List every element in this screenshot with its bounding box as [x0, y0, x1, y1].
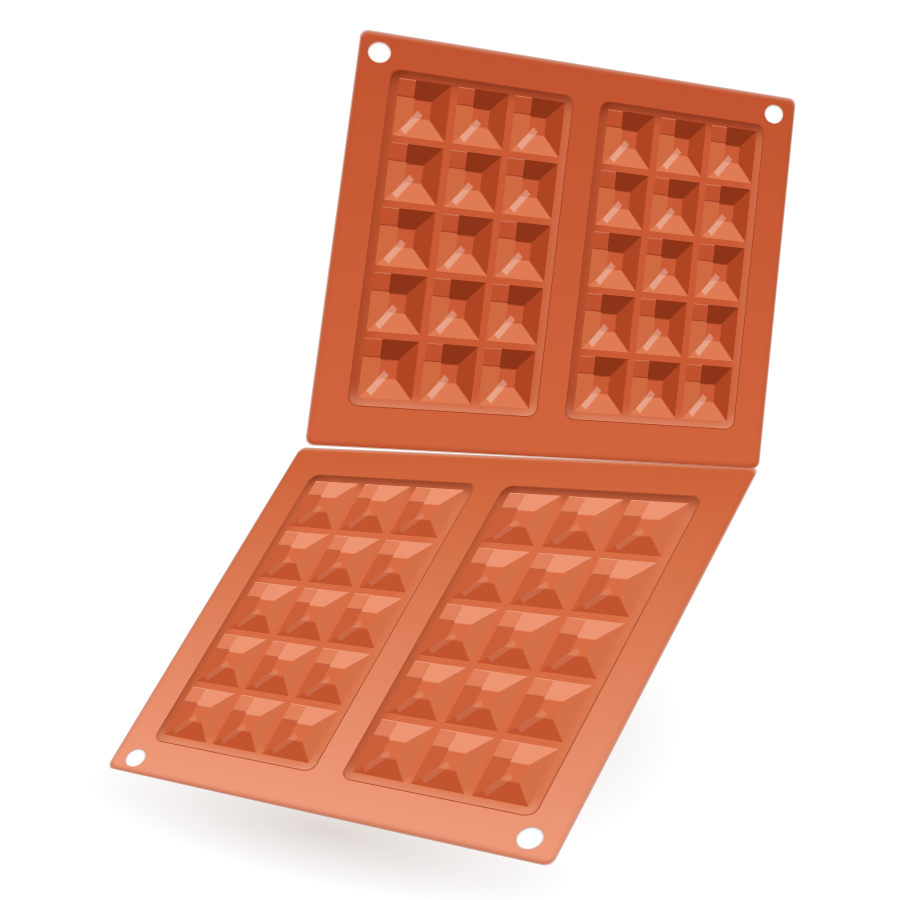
pyramid-stud [494, 220, 551, 282]
product-photo-stage [0, 0, 900, 900]
stud-flat-top [639, 298, 656, 317]
pyramid-stud [688, 303, 739, 361]
stud-flat-top [424, 343, 443, 363]
pyramid-stud [502, 157, 558, 219]
pyramid-stud [478, 347, 535, 408]
stud-flat-top [653, 177, 670, 196]
pyramid-stud [574, 355, 628, 415]
pyramid-stud [628, 360, 681, 419]
stud-flat-top [457, 87, 476, 107]
stud-flat-top [585, 293, 602, 312]
stud-flat-top [380, 206, 400, 227]
stud-flat-top [705, 184, 721, 203]
stud-flat-top [646, 237, 663, 256]
pyramid-stud [602, 109, 655, 170]
pyramid-stud [444, 150, 502, 213]
mold-rear-half [306, 30, 795, 468]
pyramid-stud [581, 293, 635, 353]
stud-flat-top [606, 109, 623, 128]
pyramid-stud [588, 231, 642, 291]
pyramid-stud [694, 243, 744, 301]
pyramid-stud [642, 237, 694, 296]
stud-flat-top [659, 117, 675, 136]
stud-flat-top [514, 95, 532, 115]
stud-flat-top [499, 220, 517, 240]
stud-flat-top [632, 360, 649, 379]
stud-flat-top [506, 157, 524, 177]
stud-flat-top [363, 338, 383, 358]
pyramid-stud [509, 95, 565, 157]
pyramid-stud [427, 278, 486, 340]
corner-hang-hole [512, 824, 549, 851]
pyramid-stud [681, 364, 732, 422]
stud-flat-top [448, 150, 467, 170]
pyramid-stud [358, 338, 419, 401]
stud-flat-top [432, 278, 451, 298]
stud-flat-top [698, 243, 714, 262]
waffle-cavity [347, 68, 575, 418]
pyramid-stud [701, 184, 751, 242]
stud-flat-top [372, 272, 392, 292]
corner-hang-hole [366, 40, 392, 65]
pyramid-stud [435, 213, 494, 276]
pyramid-stud [419, 343, 478, 405]
pyramid-stud [635, 298, 687, 357]
pyramid-stud [595, 170, 648, 230]
stud-flat-top [685, 364, 701, 383]
stud-flat-top [397, 78, 416, 99]
stud-flat-top [692, 303, 708, 322]
pyramid-stud [392, 78, 452, 142]
stud-flat-top [592, 231, 609, 250]
mold-front-half [108, 448, 758, 866]
pyramid-stud [707, 125, 757, 184]
stud-flat-top [711, 125, 727, 144]
pyramid-stud [375, 206, 436, 270]
pyramid-stud [649, 177, 700, 236]
pyramid-stud [366, 272, 427, 336]
corner-hang-hole [764, 103, 785, 125]
stud-grid [358, 78, 566, 409]
pyramid-stud [655, 117, 706, 177]
stud-flat-top [599, 170, 616, 189]
corner-hang-hole [122, 747, 150, 769]
stud-grid [574, 109, 757, 421]
pyramid-stud [384, 142, 444, 206]
stud-flat-top [491, 283, 509, 303]
stud-flat-top [389, 142, 408, 163]
pyramid-stud [452, 87, 510, 150]
pyramid-stud [486, 283, 543, 344]
stud-flat-top [440, 213, 459, 233]
waffle-cavity [564, 100, 765, 430]
stud-flat-top [483, 347, 502, 367]
stud-flat-top [578, 355, 595, 374]
